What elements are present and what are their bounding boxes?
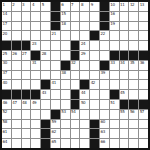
clue-number-50: 50	[81, 100, 85, 105]
cell-r6c9[interactable]: 29	[80, 51, 89, 60]
cell-r4c8[interactable]	[71, 31, 80, 40]
cell-r1c2[interactable]: 2	[12, 2, 21, 11]
cell-r4c5[interactable]	[41, 31, 50, 40]
clue-number-26: 26	[12, 51, 16, 56]
cell-r2c15[interactable]	[139, 12, 148, 21]
cell-r8c7[interactable]: 38	[61, 71, 70, 80]
cell-r9c6[interactable]: 41	[51, 80, 60, 89]
cell-r4c1[interactable]: 20	[2, 31, 11, 40]
cell-r7c15[interactable]: 36	[139, 61, 148, 70]
clue-number-53: 53	[61, 110, 65, 115]
clue-number-1: 1	[3, 2, 5, 7]
cell-r2c2[interactable]	[12, 12, 21, 21]
crossword-grid: 1234567891011121314151617181920212223242…	[0, 0, 150, 150]
cell-r9c3[interactable]	[22, 80, 31, 89]
cell-r7c2[interactable]	[12, 61, 21, 70]
clue-number-11: 11	[120, 2, 124, 7]
black-cell-r14c5	[41, 129, 50, 138]
cell-r8c15[interactable]	[139, 71, 148, 80]
cell-r10c11[interactable]	[100, 90, 109, 99]
cell-r2c10[interactable]	[90, 12, 99, 21]
cell-r14c14[interactable]	[129, 129, 138, 138]
clue-number-44: 44	[81, 90, 85, 95]
clue-number-8: 8	[81, 2, 83, 7]
clue-number-14: 14	[3, 12, 7, 17]
clue-number-52: 52	[3, 110, 7, 115]
cell-r7c1[interactable]: 30	[2, 61, 11, 70]
clue-number-41: 41	[52, 80, 56, 85]
cell-r8c2[interactable]	[12, 71, 21, 80]
clue-number-54: 54	[71, 110, 75, 115]
cell-r1c13[interactable]: 11	[120, 2, 129, 11]
clue-number-13: 13	[140, 2, 144, 7]
clue-number-6: 6	[61, 2, 63, 7]
cell-r12c15[interactable]: 57	[139, 110, 148, 119]
cell-r8c13[interactable]	[120, 71, 129, 80]
clue-number-45: 45	[120, 90, 124, 95]
black-cell-r14c10	[90, 129, 99, 138]
clue-number-29: 29	[81, 51, 85, 56]
cell-r3c3[interactable]	[22, 22, 31, 31]
cell-r9c8[interactable]	[71, 80, 80, 89]
clue-number-48: 48	[22, 100, 26, 105]
black-cell-r15c5	[41, 139, 50, 148]
clue-number-31: 31	[32, 61, 36, 66]
clue-number-66: 66	[101, 139, 105, 144]
cell-r12c9[interactable]	[80, 110, 89, 119]
cell-r8c3[interactable]	[22, 71, 31, 80]
clue-number-30: 30	[3, 61, 7, 66]
clue-number-65: 65	[52, 139, 56, 144]
cell-r3c1[interactable]: 17	[2, 22, 11, 31]
cell-r9c4[interactable]	[31, 80, 40, 89]
cell-r4c13[interactable]	[120, 31, 129, 40]
cell-r5c11[interactable]	[100, 41, 109, 50]
cell-r15c13[interactable]	[120, 139, 129, 148]
cell-r10c7[interactable]	[61, 90, 70, 99]
clue-number-33: 33	[110, 61, 114, 66]
cell-r8c6[interactable]	[51, 71, 60, 80]
cell-r9c15[interactable]	[139, 80, 148, 89]
cell-r10c15[interactable]	[139, 90, 148, 99]
black-cell-r10c3	[22, 90, 31, 99]
cell-r12c2[interactable]	[12, 110, 21, 119]
cell-r10c10[interactable]	[90, 90, 99, 99]
black-cell-r12c6	[51, 110, 60, 119]
cell-r10c14[interactable]	[129, 90, 138, 99]
black-cell-r3c6	[51, 22, 60, 31]
cell-r3c7[interactable]: 18	[61, 22, 70, 31]
black-cell-r2c11	[100, 12, 109, 21]
cell-r15c9[interactable]	[80, 139, 89, 148]
clue-number-16: 16	[110, 12, 114, 17]
cell-r6c6[interactable]	[51, 51, 60, 60]
cell-r14c4[interactable]	[31, 129, 40, 138]
black-cell-r10c1	[2, 90, 11, 99]
cell-r13c4[interactable]	[31, 120, 40, 129]
cell-r12c5[interactable]	[41, 110, 50, 119]
cell-r2c14[interactable]	[129, 12, 138, 21]
cell-r13c9[interactable]	[80, 120, 89, 129]
black-cell-r10c8	[71, 90, 80, 99]
cell-r11c12[interactable]: 51	[110, 100, 119, 109]
cell-r14c11[interactable]: 63	[100, 129, 109, 138]
cell-r8c1[interactable]: 37	[2, 71, 11, 80]
cell-r13c3[interactable]	[22, 120, 31, 129]
cell-r4c11[interactable]: 22	[100, 31, 109, 40]
cell-r2c7[interactable]: 15	[61, 12, 70, 21]
cell-r4c15[interactable]	[139, 31, 148, 40]
black-cell-r6c13	[120, 51, 129, 60]
clue-number-60: 60	[101, 120, 105, 125]
cell-r6c2[interactable]: 26	[12, 51, 21, 60]
cell-r8c11[interactable]: 39	[100, 71, 109, 80]
cell-r5c4[interactable]: 23	[31, 41, 40, 50]
crossword-puzzle: 1234567891011121314151617181920212223242…	[0, 0, 150, 150]
cell-r11c7[interactable]	[61, 100, 70, 109]
clue-number-39: 39	[101, 71, 105, 76]
cell-r4c7[interactable]	[61, 31, 70, 40]
clue-number-19: 19	[110, 22, 114, 27]
cell-r2c9[interactable]	[80, 12, 89, 21]
cell-r10c9[interactable]: 44	[80, 90, 89, 99]
clue-number-46: 46	[3, 100, 7, 105]
cell-r9c14[interactable]	[129, 80, 138, 89]
clue-number-21: 21	[52, 31, 56, 36]
black-cell-r9c9	[80, 80, 89, 89]
cell-r5c15[interactable]	[139, 41, 148, 50]
clue-number-64: 64	[3, 139, 7, 144]
clue-number-20: 20	[3, 31, 7, 36]
cell-r15c6[interactable]: 65	[51, 139, 60, 148]
cell-r14c6[interactable]: 62	[51, 129, 60, 138]
clue-number-17: 17	[3, 22, 7, 27]
cell-r3c9[interactable]	[80, 22, 89, 31]
clue-number-51: 51	[110, 100, 114, 105]
cell-r14c15[interactable]	[139, 129, 148, 138]
clue-number-27: 27	[22, 51, 26, 56]
clue-number-43: 43	[42, 90, 46, 95]
cell-r4c4[interactable]	[31, 31, 40, 40]
cell-r3c8[interactable]	[71, 22, 80, 31]
cell-r10c5[interactable]: 43	[41, 90, 50, 99]
cell-r5c6[interactable]	[51, 41, 60, 50]
cell-r11c6[interactable]	[51, 100, 60, 109]
black-cell-r11c15	[139, 100, 148, 109]
clue-number-15: 15	[61, 12, 65, 17]
black-cell-r10c12	[110, 90, 119, 99]
black-cell-r11c14	[129, 100, 138, 109]
cell-r1c8[interactable]: 7	[71, 2, 80, 11]
cell-r1c7[interactable]: 6	[61, 2, 70, 11]
cell-r1c1[interactable]: 1	[2, 2, 11, 11]
clue-number-37: 37	[3, 71, 7, 76]
cell-r1c4[interactable]: 4	[31, 2, 40, 11]
cell-r14c3[interactable]	[22, 129, 31, 138]
cell-r5c10[interactable]	[90, 41, 99, 50]
black-cell-r6c8	[71, 51, 80, 60]
black-cell-r6c4	[31, 51, 40, 60]
clue-number-57: 57	[140, 110, 144, 115]
cell-r7c8[interactable]: 32	[71, 61, 80, 70]
clue-number-61: 61	[3, 129, 7, 134]
cell-r7c4[interactable]: 31	[31, 61, 40, 70]
cell-r5c5[interactable]	[41, 41, 50, 50]
clue-number-34: 34	[120, 61, 124, 66]
black-cell-r5c8	[71, 41, 80, 50]
cell-r1c12[interactable]: 10	[110, 2, 119, 11]
clue-number-22: 22	[101, 31, 105, 36]
cell-r7c10[interactable]	[90, 61, 99, 70]
cell-r15c3[interactable]	[22, 139, 31, 148]
cell-r1c15[interactable]: 13	[139, 2, 148, 11]
cell-r12c10[interactable]	[90, 110, 99, 119]
cell-r13c12[interactable]	[110, 120, 119, 129]
clue-number-49: 49	[32, 100, 36, 105]
clue-number-42: 42	[91, 80, 95, 85]
cell-r8c12[interactable]	[110, 71, 119, 80]
cell-r13c1[interactable]: 58	[2, 120, 11, 129]
clue-number-59: 59	[52, 120, 56, 125]
cell-r1c3[interactable]: 3	[22, 2, 31, 11]
cell-r9c10[interactable]: 42	[90, 80, 99, 89]
cell-r12c3[interactable]	[22, 110, 31, 119]
black-cell-r6c12	[110, 51, 119, 60]
cell-r6c11[interactable]	[100, 51, 109, 60]
cell-r14c9[interactable]	[80, 129, 89, 138]
cell-r11c2[interactable]: 47	[12, 100, 21, 109]
clue-number-47: 47	[12, 100, 16, 105]
cell-r1c10[interactable]: 9	[90, 2, 99, 11]
cell-r9c13[interactable]	[120, 80, 129, 89]
clue-number-36: 36	[140, 61, 144, 66]
cell-r7c3[interactable]	[22, 61, 31, 70]
black-cell-r7c11	[100, 61, 109, 70]
cell-r1c5[interactable]: 5	[41, 2, 50, 11]
cell-r4c2[interactable]	[12, 31, 21, 40]
cell-r7c13[interactable]: 34	[120, 61, 129, 70]
cell-r15c11[interactable]: 66	[100, 139, 109, 148]
cell-r3c4[interactable]	[31, 22, 40, 31]
cell-r7c6[interactable]	[51, 61, 60, 70]
cell-r2c8[interactable]	[71, 12, 80, 21]
cell-r6c3[interactable]: 27	[22, 51, 31, 60]
clue-number-23: 23	[32, 41, 36, 46]
cell-r3c15[interactable]	[139, 22, 148, 31]
cell-r2c12[interactable]: 16	[110, 12, 119, 21]
clue-number-4: 4	[32, 2, 34, 7]
cell-r3c2[interactable]	[12, 22, 21, 31]
cell-r13c6[interactable]: 59	[51, 120, 60, 129]
cell-r11c10[interactable]	[90, 100, 99, 109]
black-cell-r6c15	[139, 51, 148, 60]
cell-r13c14[interactable]	[129, 120, 138, 129]
clue-number-28: 28	[42, 51, 46, 56]
black-cell-r4c10	[90, 31, 99, 40]
cell-r6c1[interactable]: 25	[2, 51, 11, 60]
cell-r6c5[interactable]: 28	[41, 51, 50, 60]
cell-r11c9[interactable]: 50	[80, 100, 89, 109]
cell-r14c2[interactable]	[12, 129, 21, 138]
cell-r3c12[interactable]: 19	[110, 22, 119, 31]
cell-r14c7[interactable]	[61, 129, 70, 138]
cell-r3c5[interactable]	[41, 22, 50, 31]
cell-r9c7[interactable]	[61, 80, 70, 89]
cell-r11c1[interactable]: 46	[2, 100, 11, 109]
clue-number-5: 5	[42, 2, 44, 7]
cell-r8c14[interactable]	[129, 71, 138, 80]
cell-r14c1[interactable]: 61	[2, 129, 11, 138]
cell-r14c12[interactable]	[110, 129, 119, 138]
cell-r7c5[interactable]	[41, 61, 50, 70]
cell-r15c12[interactable]	[110, 139, 119, 148]
black-cell-r1c6	[51, 2, 60, 11]
cell-r8c8[interactable]	[71, 71, 80, 80]
cell-r6c10[interactable]	[90, 51, 99, 60]
cell-r12c13[interactable]: 55	[120, 110, 129, 119]
cell-r6c7[interactable]	[61, 51, 70, 60]
clue-number-32: 32	[71, 61, 75, 66]
cell-r2c4[interactable]	[31, 12, 40, 21]
clue-number-2: 2	[12, 2, 14, 7]
cell-r1c9[interactable]: 8	[80, 2, 89, 11]
cell-r12c12[interactable]	[110, 110, 119, 119]
black-cell-r9c5	[41, 80, 50, 89]
cell-r8c5[interactable]	[41, 71, 50, 80]
clue-number-63: 63	[101, 129, 105, 134]
clue-number-55: 55	[120, 110, 124, 115]
cell-r8c10[interactable]	[90, 71, 99, 80]
cell-r9c11[interactable]	[100, 80, 109, 89]
black-cell-r6c14	[129, 51, 138, 60]
black-cell-r10c2	[12, 90, 21, 99]
black-cell-r2c6	[51, 12, 60, 21]
cell-r2c5[interactable]	[41, 12, 50, 21]
cell-r3c13[interactable]	[120, 22, 129, 31]
cell-r15c4[interactable]	[31, 139, 40, 148]
cell-r12c7[interactable]: 53	[61, 110, 70, 119]
cell-r5c14[interactable]	[129, 41, 138, 50]
cell-r10c13[interactable]: 45	[120, 90, 129, 99]
cell-r12c14[interactable]: 56	[129, 110, 138, 119]
clue-number-38: 38	[61, 71, 65, 76]
cell-r12c8[interactable]: 54	[71, 110, 80, 119]
cell-r14c13[interactable]	[120, 129, 129, 138]
cell-r13c15[interactable]	[139, 120, 148, 129]
clue-number-9: 9	[91, 2, 93, 7]
black-cell-r7c7	[61, 61, 70, 70]
cell-r4c12[interactable]	[110, 31, 119, 40]
black-cell-r11c13	[120, 100, 129, 109]
cell-r8c4[interactable]	[31, 71, 40, 80]
black-cell-r1c11	[100, 2, 109, 11]
cell-r15c1[interactable]: 64	[2, 139, 11, 148]
cell-r9c12[interactable]	[110, 80, 119, 89]
clue-number-24: 24	[81, 41, 85, 46]
cell-r8c9[interactable]	[80, 71, 89, 80]
black-cell-r15c10	[90, 139, 99, 148]
cell-r3c14[interactable]	[129, 22, 138, 31]
cell-r2c1[interactable]: 14	[2, 12, 11, 21]
cell-r11c11[interactable]	[100, 100, 109, 109]
cell-r13c2[interactable]	[12, 120, 21, 129]
cell-r15c8[interactable]	[71, 139, 80, 148]
cell-r9c1[interactable]: 40	[2, 80, 11, 89]
cell-r2c13[interactable]	[120, 12, 129, 21]
black-cell-r10c4	[31, 90, 40, 99]
cell-r5c7[interactable]	[61, 41, 70, 50]
cell-r13c7[interactable]	[61, 120, 70, 129]
clue-number-12: 12	[130, 2, 134, 7]
cell-r13c13[interactable]	[120, 120, 129, 129]
cell-r2c3[interactable]	[22, 12, 31, 21]
black-cell-r3c11	[100, 22, 109, 31]
black-cell-r13c5	[41, 120, 50, 129]
cell-r5c12[interactable]	[110, 41, 119, 50]
black-cell-r5c2	[12, 41, 21, 50]
clue-number-25: 25	[3, 51, 7, 56]
cell-r7c9[interactable]	[80, 61, 89, 70]
clue-number-62: 62	[52, 129, 56, 134]
cell-r4c6[interactable]: 21	[51, 31, 60, 40]
clue-number-7: 7	[71, 2, 73, 7]
cell-r7c14[interactable]: 35	[129, 61, 138, 70]
cell-r9c2[interactable]	[12, 80, 21, 89]
cell-r11c3[interactable]: 48	[22, 100, 31, 109]
cell-r15c7[interactable]	[61, 139, 70, 148]
cell-r12c4[interactable]	[31, 110, 40, 119]
cell-r13c11[interactable]: 60	[100, 120, 109, 129]
cell-r12c11[interactable]	[100, 110, 109, 119]
cell-r15c14[interactable]	[129, 139, 138, 148]
cell-r5c13[interactable]	[120, 41, 129, 50]
cell-r12c1[interactable]: 52	[2, 110, 11, 119]
cell-r3c10[interactable]	[90, 22, 99, 31]
cell-r15c2[interactable]	[12, 139, 21, 148]
cell-r11c5[interactable]	[41, 100, 50, 109]
clue-number-35: 35	[130, 61, 134, 66]
cell-r4c9[interactable]	[80, 31, 89, 40]
cell-r1c14[interactable]: 12	[129, 2, 138, 11]
cell-r15c15[interactable]	[139, 139, 148, 148]
cell-r4c14[interactable]	[129, 31, 138, 40]
clue-number-3: 3	[22, 2, 24, 7]
clue-number-56: 56	[130, 110, 134, 115]
cell-r13c8[interactable]	[71, 120, 80, 129]
clue-number-40: 40	[3, 80, 7, 85]
clue-number-58: 58	[3, 120, 7, 125]
cell-r4c3[interactable]	[22, 31, 31, 40]
black-cell-r11c8	[71, 100, 80, 109]
black-cell-r5c1	[2, 41, 11, 50]
clue-number-18: 18	[61, 22, 65, 27]
cell-r5c9[interactable]: 24	[80, 41, 89, 50]
cell-r7c12[interactable]: 33	[110, 61, 119, 70]
cell-r14c8[interactable]	[71, 129, 80, 138]
cell-r11c4[interactable]: 49	[31, 100, 40, 109]
cell-r10c6[interactable]	[51, 90, 60, 99]
clue-number-10: 10	[110, 2, 114, 7]
black-cell-r13c10	[90, 120, 99, 129]
black-cell-r5c3	[22, 41, 31, 50]
